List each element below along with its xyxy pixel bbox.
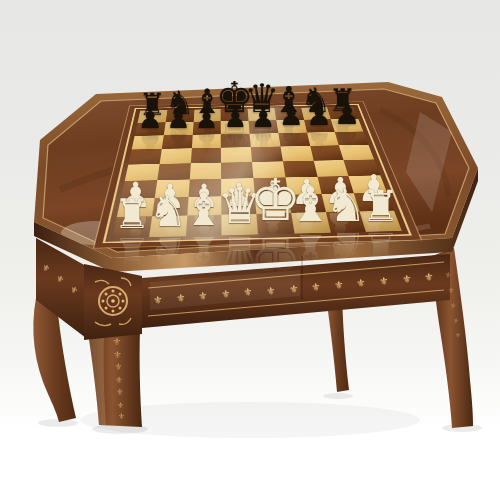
square-d6 [221, 133, 251, 147]
square-e7 [249, 120, 279, 133]
square-g6 [307, 132, 340, 146]
square-g5 [310, 145, 344, 160]
square-g7 [304, 119, 335, 132]
square-a3 [121, 180, 157, 198]
square-c6 [191, 134, 221, 148]
square-a8 [138, 110, 168, 123]
games-table [0, 0, 500, 500]
square-e5 [251, 147, 283, 162]
square-c4 [189, 163, 221, 180]
square-b5 [159, 148, 191, 164]
square-f7 [276, 120, 306, 133]
square-g4 [313, 160, 348, 177]
chessboard [112, 107, 402, 238]
square-d3 [221, 178, 254, 196]
square-d1 [222, 214, 258, 235]
square-f4 [283, 161, 317, 178]
square-e2 [255, 194, 291, 214]
square-c2 [187, 196, 222, 216]
square-f2 [288, 194, 325, 213]
square-c1 [185, 215, 221, 236]
square-e8 [248, 108, 277, 120]
square-h4 [344, 159, 381, 175]
square-d8 [221, 109, 249, 121]
square-f5 [280, 146, 313, 161]
square-h3 [349, 175, 387, 193]
chess-table-photo: ♜♜♞♞♝♝♚♚♛♛♝♝♞♞♜♜♟♟♟♟♟♟♟♟♟♟♟♟♟♟♟♟♟♟♟♟♟♟♟♟… [0, 0, 500, 500]
square-d5 [221, 147, 252, 162]
square-h5 [339, 145, 374, 160]
square-d2 [221, 195, 256, 215]
square-a4 [125, 164, 160, 181]
square-d7 [221, 121, 250, 134]
square-a6 [132, 135, 164, 149]
square-b1 [149, 216, 187, 238]
square-e4 [252, 161, 285, 178]
square-e1 [256, 213, 294, 234]
leg-highlight [88, 330, 106, 425]
square-f8 [274, 108, 303, 120]
square-e6 [250, 133, 281, 147]
square-h1 [360, 211, 402, 232]
square-b4 [157, 163, 190, 180]
square-g8 [301, 107, 331, 119]
square-g3 [317, 176, 354, 194]
square-h6 [335, 131, 369, 145]
square-c8 [193, 109, 221, 122]
square-f6 [278, 132, 310, 146]
square-f1 [291, 212, 330, 233]
square-c7 [192, 121, 221, 134]
square-a1 [112, 216, 152, 238]
chessboard-plane [103, 104, 412, 243]
foot-shadow [323, 393, 353, 399]
square-b2 [152, 197, 188, 217]
square-a5 [128, 149, 161, 165]
square-c3 [188, 179, 221, 197]
square-h8 [327, 107, 358, 119]
square-c5 [190, 148, 221, 163]
square-b8 [165, 110, 194, 123]
square-a7 [135, 122, 166, 135]
square-e3 [253, 177, 288, 195]
square-h7 [331, 119, 363, 132]
square-h2 [354, 192, 394, 211]
square-b7 [164, 122, 194, 135]
square-a2 [117, 198, 155, 218]
square-d4 [221, 162, 253, 179]
square-b6 [162, 135, 193, 149]
square-b3 [155, 179, 190, 197]
foot-shadow [38, 419, 78, 427]
square-f3 [285, 177, 321, 195]
